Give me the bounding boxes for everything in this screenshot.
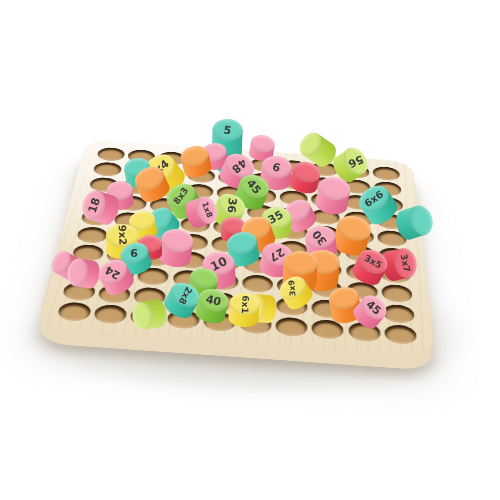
peg-label: 3x5 — [363, 253, 383, 270]
peg[interactable] — [157, 226, 194, 269]
peg-label: 6x1 — [240, 295, 250, 314]
peg-label: 2x8 — [177, 285, 194, 305]
peg-label: 6 — [271, 161, 281, 174]
product-photo: 556486x46458x36x618361x8359x2306273x73x5… — [0, 0, 500, 500]
peg[interactable] — [314, 174, 352, 216]
peg-label: 9x2 — [117, 225, 128, 246]
peg-label: 3x7 — [399, 253, 412, 273]
peg-label: 1x8 — [200, 201, 213, 219]
peg-label: 45 — [245, 177, 263, 196]
peg-label: 6x6 — [363, 188, 385, 208]
peg-label: 40 — [205, 293, 223, 307]
peg-label: 6 — [130, 248, 138, 259]
peg-label: 36 — [225, 197, 237, 213]
peg-label: 30 — [311, 228, 329, 247]
peg-label: 45 — [364, 298, 383, 316]
peg-6x1[interactable]: 6x1 — [228, 292, 261, 329]
peg-pile: 556486x46458x36x618361x8359x2306273x73x5… — [0, 0, 500, 500]
peg-label: 24 — [103, 263, 122, 280]
peg-label: 5 — [223, 124, 232, 136]
peg[interactable] — [130, 298, 169, 332]
peg-label: 18 — [86, 196, 101, 214]
peg-label: 3x9 — [288, 280, 297, 297]
peg-label: 56 — [346, 152, 365, 168]
